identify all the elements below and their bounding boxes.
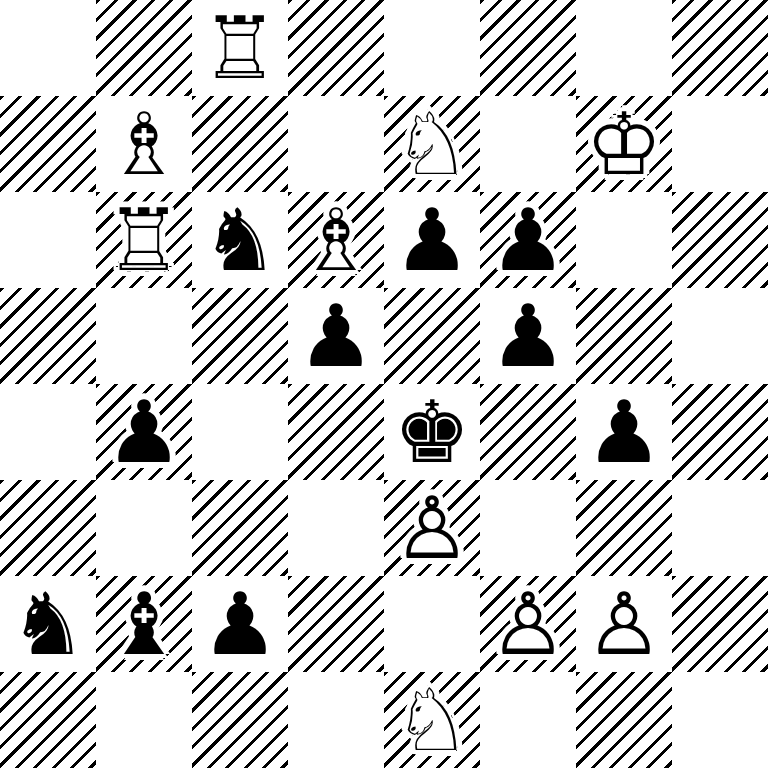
piece-white-fill: ♝ bbox=[96, 96, 192, 192]
piece-halo: ♟ bbox=[480, 288, 576, 384]
square-e8[interactable] bbox=[384, 0, 480, 96]
piece-halo: ♝ bbox=[288, 192, 384, 288]
piece-black-outline: ♖ bbox=[192, 0, 288, 96]
square-d6[interactable]: ♝♝♗ bbox=[288, 192, 384, 288]
square-g2[interactable]: ♟♟♙ bbox=[576, 576, 672, 672]
piece-black-body: ♟ bbox=[576, 384, 672, 480]
piece-black-outline: ♗ bbox=[288, 192, 384, 288]
piece-black-king: ♚♚ bbox=[384, 384, 480, 480]
piece-white-fill: ♟ bbox=[480, 576, 576, 672]
piece-halo: ♟ bbox=[384, 192, 480, 288]
square-a7[interactable] bbox=[0, 96, 96, 192]
piece-halo: ♝ bbox=[96, 96, 192, 192]
square-g7[interactable]: ♚♚♔ bbox=[576, 96, 672, 192]
square-a6[interactable] bbox=[0, 192, 96, 288]
square-b5[interactable] bbox=[96, 288, 192, 384]
piece-halo: ♞ bbox=[384, 672, 480, 768]
piece-white-fill: ♟ bbox=[384, 480, 480, 576]
piece-black-pawn: ♟♟ bbox=[96, 384, 192, 480]
square-h4[interactable] bbox=[672, 384, 768, 480]
square-d3[interactable] bbox=[288, 480, 384, 576]
piece-black-outline: ♘ bbox=[384, 96, 480, 192]
piece-black-body: ♚ bbox=[384, 384, 480, 480]
piece-black-body: ♞ bbox=[192, 192, 288, 288]
piece-black-body: ♞ bbox=[0, 576, 96, 672]
square-f2[interactable]: ♟♟♙ bbox=[480, 576, 576, 672]
square-g4[interactable]: ♟♟ bbox=[576, 384, 672, 480]
square-d2[interactable] bbox=[288, 576, 384, 672]
piece-white-bishop: ♝♝♗ bbox=[96, 96, 192, 192]
piece-black-knight: ♞♞ bbox=[192, 192, 288, 288]
square-b2[interactable]: ♝♝ bbox=[96, 576, 192, 672]
piece-black-body: ♟ bbox=[192, 576, 288, 672]
square-d7[interactable] bbox=[288, 96, 384, 192]
piece-halo: ♟ bbox=[96, 384, 192, 480]
square-d8[interactable] bbox=[288, 0, 384, 96]
piece-white-pawn: ♟♟♙ bbox=[576, 576, 672, 672]
chess-board: ♜♜♖♝♝♗♞♞♘♚♚♔♜♜♖♞♞♝♝♗♟♟♟♟♟♟♟♟♟♟♚♚♟♟♟♟♙♞♞♝… bbox=[0, 0, 768, 768]
square-g1[interactable] bbox=[576, 672, 672, 768]
square-c7[interactable] bbox=[192, 96, 288, 192]
piece-white-fill: ♞ bbox=[384, 672, 480, 768]
piece-black-pawn: ♟♟ bbox=[576, 384, 672, 480]
square-f5[interactable]: ♟♟ bbox=[480, 288, 576, 384]
square-g6[interactable] bbox=[576, 192, 672, 288]
square-h8[interactable] bbox=[672, 0, 768, 96]
piece-halo: ♟ bbox=[480, 576, 576, 672]
piece-black-outline: ♗ bbox=[96, 96, 192, 192]
piece-white-pawn: ♟♟♙ bbox=[384, 480, 480, 576]
square-f1[interactable] bbox=[480, 672, 576, 768]
square-c1[interactable] bbox=[192, 672, 288, 768]
piece-white-bishop: ♝♝♗ bbox=[288, 192, 384, 288]
piece-black-outline: ♙ bbox=[384, 480, 480, 576]
square-a5[interactable] bbox=[0, 288, 96, 384]
square-g8[interactable] bbox=[576, 0, 672, 96]
piece-halo: ♟ bbox=[288, 288, 384, 384]
piece-white-fill: ♚ bbox=[576, 96, 672, 192]
square-c6[interactable]: ♞♞ bbox=[192, 192, 288, 288]
piece-black-pawn: ♟♟ bbox=[288, 288, 384, 384]
square-c5[interactable] bbox=[192, 288, 288, 384]
piece-white-fill: ♜ bbox=[96, 192, 192, 288]
piece-white-fill: ♜ bbox=[192, 0, 288, 96]
piece-halo: ♟ bbox=[576, 384, 672, 480]
piece-white-knight: ♞♞♘ bbox=[384, 672, 480, 768]
square-d4[interactable] bbox=[288, 384, 384, 480]
piece-black-body: ♟ bbox=[384, 192, 480, 288]
piece-halo: ♚ bbox=[384, 384, 480, 480]
piece-black-body: ♟ bbox=[288, 288, 384, 384]
square-a4[interactable] bbox=[0, 384, 96, 480]
piece-halo: ♟ bbox=[192, 576, 288, 672]
square-b3[interactable] bbox=[96, 480, 192, 576]
square-a8[interactable] bbox=[0, 0, 96, 96]
square-b1[interactable] bbox=[96, 672, 192, 768]
square-f7[interactable] bbox=[480, 96, 576, 192]
piece-halo: ♞ bbox=[0, 576, 96, 672]
square-c3[interactable] bbox=[192, 480, 288, 576]
piece-black-outline: ♙ bbox=[480, 576, 576, 672]
piece-halo: ♞ bbox=[192, 192, 288, 288]
square-e3[interactable]: ♟♟♙ bbox=[384, 480, 480, 576]
square-c4[interactable] bbox=[192, 384, 288, 480]
piece-halo: ♟ bbox=[384, 480, 480, 576]
piece-halo: ♜ bbox=[192, 0, 288, 96]
piece-halo: ♜ bbox=[96, 192, 192, 288]
square-h2[interactable] bbox=[672, 576, 768, 672]
square-c8[interactable]: ♜♜♖ bbox=[192, 0, 288, 96]
piece-black-body: ♟ bbox=[96, 384, 192, 480]
square-d5[interactable]: ♟♟ bbox=[288, 288, 384, 384]
piece-white-rook: ♜♜♖ bbox=[96, 192, 192, 288]
square-b4[interactable]: ♟♟ bbox=[96, 384, 192, 480]
piece-black-pawn: ♟♟ bbox=[192, 576, 288, 672]
square-h1[interactable] bbox=[672, 672, 768, 768]
piece-black-outline: ♔ bbox=[576, 96, 672, 192]
square-g5[interactable] bbox=[576, 288, 672, 384]
square-h6[interactable] bbox=[672, 192, 768, 288]
piece-white-pawn: ♟♟♙ bbox=[480, 576, 576, 672]
square-e4[interactable]: ♚♚ bbox=[384, 384, 480, 480]
piece-white-fill: ♟ bbox=[576, 576, 672, 672]
square-g3[interactable] bbox=[576, 480, 672, 576]
square-c2[interactable]: ♟♟ bbox=[192, 576, 288, 672]
piece-black-body: ♟ bbox=[480, 288, 576, 384]
piece-halo: ♞ bbox=[384, 96, 480, 192]
square-h3[interactable] bbox=[672, 480, 768, 576]
square-f6[interactable]: ♟♟ bbox=[480, 192, 576, 288]
piece-white-king: ♚♚♔ bbox=[576, 96, 672, 192]
square-e6[interactable]: ♟♟ bbox=[384, 192, 480, 288]
square-f4[interactable] bbox=[480, 384, 576, 480]
square-b7[interactable]: ♝♝♗ bbox=[96, 96, 192, 192]
piece-black-outline: ♘ bbox=[384, 672, 480, 768]
piece-black-body: ♝ bbox=[96, 576, 192, 672]
piece-white-fill: ♞ bbox=[384, 96, 480, 192]
piece-halo: ♟ bbox=[576, 576, 672, 672]
piece-white-rook: ♜♜♖ bbox=[192, 0, 288, 96]
piece-white-fill: ♝ bbox=[288, 192, 384, 288]
square-h7[interactable] bbox=[672, 96, 768, 192]
piece-black-pawn: ♟♟ bbox=[384, 192, 480, 288]
square-d1[interactable] bbox=[288, 672, 384, 768]
square-f3[interactable] bbox=[480, 480, 576, 576]
piece-halo: ♟ bbox=[480, 192, 576, 288]
piece-black-outline: ♖ bbox=[96, 192, 192, 288]
piece-black-pawn: ♟♟ bbox=[480, 192, 576, 288]
piece-halo: ♚ bbox=[576, 96, 672, 192]
square-a2[interactable]: ♞♞ bbox=[0, 576, 96, 672]
square-e7[interactable]: ♞♞♘ bbox=[384, 96, 480, 192]
square-e2[interactable] bbox=[384, 576, 480, 672]
piece-black-pawn: ♟♟ bbox=[480, 288, 576, 384]
square-b8[interactable] bbox=[96, 0, 192, 96]
square-b6[interactable]: ♜♜♖ bbox=[96, 192, 192, 288]
square-e1[interactable]: ♞♞♘ bbox=[384, 672, 480, 768]
piece-black-outline: ♙ bbox=[576, 576, 672, 672]
square-h5[interactable] bbox=[672, 288, 768, 384]
piece-black-body: ♟ bbox=[480, 192, 576, 288]
square-a3[interactable] bbox=[0, 480, 96, 576]
piece-white-knight: ♞♞♘ bbox=[384, 96, 480, 192]
square-a1[interactable] bbox=[0, 672, 96, 768]
square-e5[interactable] bbox=[384, 288, 480, 384]
piece-halo: ♝ bbox=[96, 576, 192, 672]
piece-black-knight: ♞♞ bbox=[0, 576, 96, 672]
piece-black-bishop: ♝♝ bbox=[96, 576, 192, 672]
square-f8[interactable] bbox=[480, 0, 576, 96]
